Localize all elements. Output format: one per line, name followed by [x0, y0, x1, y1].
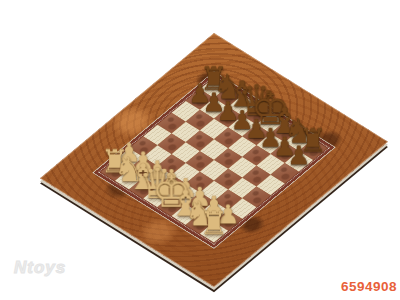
chess-board-frame: ♜♞♝♛♚♝♞♜♟♟♟♟♟♟♟♟♟♟♟♟♟♟♟♟♜♞♝♛♚♝♞♜ [40, 33, 388, 287]
watermark-brand: Ntoys [14, 258, 66, 278]
chess-board: ♜♞♝♛♚♝♞♜♟♟♟♟♟♟♟♟♟♟♟♟♟♟♟♟♜♞♝♛♚♝♞♜ [101, 77, 327, 242]
watermark-code: 6594908 [341, 279, 397, 294]
board-border: ♜♞♝♛♚♝♞♜♟♟♟♟♟♟♟♟♟♟♟♟♟♟♟♟♜♞♝♛♚♝♞♜ [94, 72, 334, 248]
product-photo: ♜♞♝♛♚♝♞♜♟♟♟♟♟♟♟♟♟♟♟♟♟♟♟♟♜♞♝♛♚♝♞♜ Ntoys 6… [0, 0, 400, 300]
